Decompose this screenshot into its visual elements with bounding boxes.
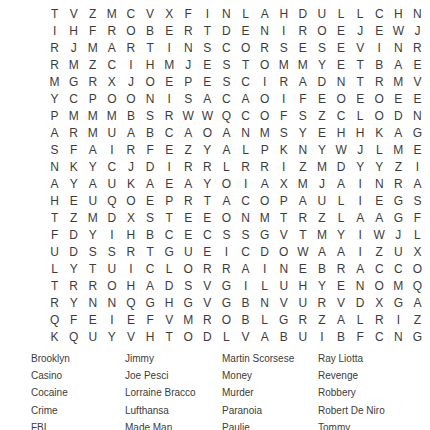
grid-cell-r7c19[interactable]: D <box>389 107 408 124</box>
grid-cell-r20c7[interactable]: T <box>160 328 179 345</box>
grid-cell-r12c12[interactable]: O <box>255 192 274 209</box>
grid-cell-r13c10[interactable]: O <box>217 209 236 226</box>
grid-cell-r6c18[interactable]: O <box>370 90 389 107</box>
grid-cell-r8c3[interactable]: M <box>83 124 102 141</box>
grid-cell-r15c20[interactable]: X <box>408 243 427 260</box>
grid-cell-r15c1[interactable]: U <box>45 243 64 260</box>
grid-cell-r17c10[interactable]: G <box>217 277 236 294</box>
grid-cell-r9c19[interactable]: M <box>389 141 408 158</box>
grid-cell-r20c18[interactable]: C <box>370 328 389 345</box>
grid-cell-r3c6[interactable]: T <box>141 39 160 56</box>
grid-cell-r7c4[interactable]: M <box>102 107 121 124</box>
grid-cell-r16c18[interactable]: C <box>370 260 389 277</box>
grid-cell-r20c6[interactable]: H <box>141 328 160 345</box>
grid-cell-r2c9[interactable]: T <box>198 22 217 39</box>
grid-cell-r1c2[interactable]: V <box>64 5 83 22</box>
grid-cell-r6c11[interactable]: A <box>236 90 255 107</box>
grid-cell-r9c18[interactable]: L <box>370 141 389 158</box>
grid-cell-r20c11[interactable]: V <box>236 328 255 345</box>
grid-cell-r19c9[interactable]: R <box>198 311 217 328</box>
grid-cell-r11c16[interactable]: A <box>332 175 351 192</box>
grid-cell-r9c17[interactable]: J <box>351 141 370 158</box>
grid-cell-r19c6[interactable]: F <box>141 311 160 328</box>
grid-cell-r4c3[interactable]: Z <box>83 56 102 73</box>
grid-cell-r5c20[interactable]: V <box>408 73 427 90</box>
grid-cell-r6c10[interactable]: C <box>217 90 236 107</box>
grid-cell-r17c7[interactable]: D <box>160 277 179 294</box>
grid-cell-r14c14[interactable]: T <box>293 226 312 243</box>
grid-cell-r14c5[interactable]: H <box>121 226 140 243</box>
grid-cell-r3c19[interactable]: N <box>389 39 408 56</box>
grid-cell-r13c15[interactable]: Z <box>312 209 331 226</box>
grid-cell-r1c13[interactable]: H <box>274 5 293 22</box>
grid-cell-r5c5[interactable]: J <box>121 73 140 90</box>
grid-cell-r4c16[interactable]: E <box>332 56 351 73</box>
grid-cell-r19c15[interactable]: Z <box>312 311 331 328</box>
grid-cell-r17c2[interactable]: R <box>64 277 83 294</box>
grid-cell-r19c17[interactable]: L <box>351 311 370 328</box>
grid-cell-r16c8[interactable]: O <box>179 260 198 277</box>
grid-cell-r14c18[interactable]: W <box>370 226 389 243</box>
grid-cell-r15c5[interactable]: R <box>121 243 140 260</box>
grid-cell-r12c17[interactable]: I <box>351 192 370 209</box>
grid-cell-r7c14[interactable]: S <box>293 107 312 124</box>
grid-cell-r2c16[interactable]: E <box>332 22 351 39</box>
grid-cell-r9c20[interactable]: E <box>408 141 427 158</box>
grid-cell-r8c15[interactable]: E <box>312 124 331 141</box>
grid-cell-r8c19[interactable]: A <box>389 124 408 141</box>
grid-cell-r1c11[interactable]: L <box>236 5 255 22</box>
grid-cell-r13c7[interactable]: T <box>160 209 179 226</box>
grid-cell-r6c13[interactable]: I <box>274 90 293 107</box>
grid-cell-r14c8[interactable]: E <box>179 226 198 243</box>
grid-cell-r3c10[interactable]: C <box>217 39 236 56</box>
grid-cell-r1c15[interactable]: U <box>312 5 331 22</box>
grid-cell-r1c6[interactable]: V <box>141 5 160 22</box>
grid-cell-r15c12[interactable]: D <box>255 243 274 260</box>
grid-cell-r14c10[interactable]: S <box>217 226 236 243</box>
grid-cell-r8c13[interactable]: S <box>274 124 293 141</box>
grid-cell-r1c1[interactable]: T <box>45 5 64 22</box>
grid-cell-r1c12[interactable]: A <box>255 5 274 22</box>
grid-cell-r6c1[interactable]: Y <box>45 90 64 107</box>
grid-cell-r15c10[interactable]: I <box>217 243 236 260</box>
grid-cell-r19c19[interactable]: I <box>389 311 408 328</box>
grid-cell-r20c1[interactable]: K <box>45 328 64 345</box>
grid-cell-r14c20[interactable]: L <box>408 226 427 243</box>
grid-cell-r6c19[interactable]: E <box>389 90 408 107</box>
grid-cell-r20c2[interactable]: Q <box>64 328 83 345</box>
grid-cell-r13c19[interactable]: G <box>389 209 408 226</box>
grid-cell-r16c10[interactable]: R <box>217 260 236 277</box>
grid-cell-r20c3[interactable]: U <box>83 328 102 345</box>
grid-cell-r13c11[interactable]: N <box>236 209 255 226</box>
grid-cell-r20c16[interactable]: B <box>332 328 351 345</box>
grid-cell-r9c5[interactable]: R <box>121 141 140 158</box>
grid-cell-r15c18[interactable]: Z <box>370 243 389 260</box>
grid-cell-r9c4[interactable]: I <box>102 141 121 158</box>
grid-cell-r18c1[interactable]: R <box>45 294 64 311</box>
grid-cell-r16c6[interactable]: C <box>141 260 160 277</box>
grid-cell-r3c9[interactable]: S <box>198 39 217 56</box>
grid-cell-r19c10[interactable]: O <box>217 311 236 328</box>
grid-cell-r3c2[interactable]: J <box>64 39 83 56</box>
grid-cell-r3c1[interactable]: R <box>45 39 64 56</box>
grid-cell-r17c12[interactable]: L <box>255 277 274 294</box>
grid-cell-r2c6[interactable]: B <box>141 22 160 39</box>
grid-cell-r9c11[interactable]: L <box>236 141 255 158</box>
grid-cell-r5c18[interactable]: R <box>370 73 389 90</box>
grid-cell-r12c11[interactable]: C <box>236 192 255 209</box>
grid-cell-r19c5[interactable]: E <box>121 311 140 328</box>
grid-cell-r7c10[interactable]: Q <box>217 107 236 124</box>
grid-cell-r4c17[interactable]: T <box>351 56 370 73</box>
grid-cell-r10c6[interactable]: D <box>141 158 160 175</box>
grid-cell-r8c11[interactable]: N <box>236 124 255 141</box>
grid-cell-r1c3[interactable]: Z <box>83 5 102 22</box>
grid-cell-r20c10[interactable]: L <box>217 328 236 345</box>
grid-cell-r14c12[interactable]: G <box>255 226 274 243</box>
grid-cell-r10c16[interactable]: D <box>332 158 351 175</box>
grid-cell-r19c3[interactable]: E <box>83 311 102 328</box>
grid-cell-r20c17[interactable]: F <box>351 328 370 345</box>
grid-cell-r18c19[interactable]: G <box>389 294 408 311</box>
grid-cell-r18c18[interactable]: X <box>370 294 389 311</box>
grid-cell-r15c14[interactable]: W <box>293 243 312 260</box>
grid-cell-r16c12[interactable]: I <box>255 260 274 277</box>
grid-cell-r9c12[interactable]: P <box>255 141 274 158</box>
grid-cell-r4c20[interactable]: E <box>408 56 427 73</box>
grid-cell-r11c13[interactable]: X <box>274 175 293 192</box>
grid-cell-r14c4[interactable]: I <box>102 226 121 243</box>
grid-cell-r2c10[interactable]: D <box>217 22 236 39</box>
grid-cell-r7c17[interactable]: L <box>351 107 370 124</box>
grid-cell-r12c18[interactable]: E <box>370 192 389 209</box>
grid-cell-r5c15[interactable]: D <box>312 73 331 90</box>
grid-cell-r18c17[interactable]: D <box>351 294 370 311</box>
grid-cell-r20c8[interactable]: O <box>179 328 198 345</box>
grid-cell-r7c9[interactable]: W <box>198 107 217 124</box>
grid-cell-r3c18[interactable]: I <box>370 39 389 56</box>
grid-cell-r12c20[interactable]: S <box>408 192 427 209</box>
grid-cell-r2c8[interactable]: R <box>179 22 198 39</box>
grid-cell-r7c5[interactable]: B <box>121 107 140 124</box>
grid-cell-r13c3[interactable]: M <box>83 209 102 226</box>
grid-cell-r14c2[interactable]: D <box>64 226 83 243</box>
grid-cell-r2c7[interactable]: E <box>160 22 179 39</box>
grid-cell-r1c20[interactable]: N <box>408 5 427 22</box>
grid-cell-r7c12[interactable]: O <box>255 107 274 124</box>
grid-cell-r12c5[interactable]: O <box>121 192 140 209</box>
grid-cell-r5c14[interactable]: A <box>293 73 312 90</box>
grid-cell-r17c4[interactable]: O <box>102 277 121 294</box>
grid-cell-r10c7[interactable]: I <box>160 158 179 175</box>
grid-cell-r3c15[interactable]: S <box>312 39 331 56</box>
grid-cell-r5c12[interactable]: I <box>255 73 274 90</box>
grid-cell-r2c15[interactable]: O <box>312 22 331 39</box>
grid-cell-r18c8[interactable]: G <box>179 294 198 311</box>
grid-cell-r4c18[interactable]: B <box>370 56 389 73</box>
grid-cell-r4c8[interactable]: J <box>179 56 198 73</box>
grid-cell-r10c3[interactable]: Y <box>83 158 102 175</box>
grid-cell-r17c9[interactable]: V <box>198 277 217 294</box>
grid-cell-r4c9[interactable]: E <box>198 56 217 73</box>
grid-cell-r15c16[interactable]: A <box>332 243 351 260</box>
grid-cell-r2c11[interactable]: E <box>236 22 255 39</box>
grid-cell-r2c4[interactable]: R <box>102 22 121 39</box>
grid-cell-r17c8[interactable]: S <box>179 277 198 294</box>
grid-cell-r14c11[interactable]: S <box>236 226 255 243</box>
grid-cell-r14c13[interactable]: V <box>274 226 293 243</box>
grid-cell-r5c6[interactable]: O <box>141 73 160 90</box>
grid-cell-r15c3[interactable]: S <box>83 243 102 260</box>
grid-cell-r7c20[interactable]: N <box>408 107 427 124</box>
grid-cell-r4c13[interactable]: M <box>274 56 293 73</box>
grid-cell-r9c15[interactable]: Y <box>312 141 331 158</box>
grid-cell-r8c2[interactable]: R <box>64 124 83 141</box>
grid-cell-r8c7[interactable]: C <box>160 124 179 141</box>
grid-cell-r12c9[interactable]: T <box>198 192 217 209</box>
grid-cell-r16c5[interactable]: I <box>121 260 140 277</box>
grid-cell-r9c8[interactable]: Z <box>179 141 198 158</box>
grid-cell-r2c17[interactable]: J <box>351 22 370 39</box>
grid-cell-r2c2[interactable]: H <box>64 22 83 39</box>
grid-cell-r3c11[interactable]: O <box>236 39 255 56</box>
grid-cell-r11c12[interactable]: A <box>255 175 274 192</box>
grid-cell-r17c13[interactable]: U <box>274 277 293 294</box>
grid-cell-r8c10[interactable]: A <box>217 124 236 141</box>
grid-cell-r11c10[interactable]: O <box>217 175 236 192</box>
grid-cell-r2c13[interactable]: I <box>274 22 293 39</box>
grid-cell-r11c15[interactable]: J <box>312 175 331 192</box>
grid-cell-r13c4[interactable]: D <box>102 209 121 226</box>
grid-cell-r5c3[interactable]: R <box>83 73 102 90</box>
grid-cell-r3c4[interactable]: A <box>102 39 121 56</box>
grid-cell-r13c13[interactable]: T <box>274 209 293 226</box>
grid-cell-r16c14[interactable]: E <box>293 260 312 277</box>
grid-cell-r10c18[interactable]: Y <box>370 158 389 175</box>
grid-cell-r2c14[interactable]: R <box>293 22 312 39</box>
grid-cell-r10c8[interactable]: R <box>179 158 198 175</box>
grid-cell-r8c14[interactable]: Y <box>293 124 312 141</box>
grid-cell-r19c7[interactable]: V <box>160 311 179 328</box>
grid-cell-r4c10[interactable]: S <box>217 56 236 73</box>
grid-cell-r13c1[interactable]: T <box>45 209 64 226</box>
grid-cell-r12c8[interactable]: R <box>179 192 198 209</box>
grid-cell-r11c6[interactable]: A <box>141 175 160 192</box>
grid-cell-r17c3[interactable]: R <box>83 277 102 294</box>
grid-cell-r12c13[interactable]: P <box>274 192 293 209</box>
grid-cell-r20c9[interactable]: D <box>198 328 217 345</box>
grid-cell-r17c5[interactable]: H <box>121 277 140 294</box>
grid-cell-r7c18[interactable]: O <box>370 107 389 124</box>
grid-cell-r10c20[interactable]: I <box>408 158 427 175</box>
grid-cell-r17c11[interactable]: I <box>236 277 255 294</box>
grid-cell-r12c3[interactable]: U <box>83 192 102 209</box>
grid-cell-r10c5[interactable]: J <box>121 158 140 175</box>
grid-cell-r15c8[interactable]: U <box>179 243 198 260</box>
grid-cell-r12c19[interactable]: G <box>389 192 408 209</box>
grid-cell-r5c17[interactable]: T <box>351 73 370 90</box>
grid-cell-r5c11[interactable]: C <box>236 73 255 90</box>
grid-cell-r8c6[interactable]: B <box>141 124 160 141</box>
grid-cell-r1c14[interactable]: D <box>293 5 312 22</box>
grid-cell-r16c2[interactable]: Y <box>64 260 83 277</box>
grid-cell-r18c13[interactable]: V <box>274 294 293 311</box>
grid-cell-r5c1[interactable]: M <box>45 73 64 90</box>
grid-cell-r20c4[interactable]: Y <box>102 328 121 345</box>
grid-cell-r15c7[interactable]: G <box>160 243 179 260</box>
grid-cell-r18c9[interactable]: V <box>198 294 217 311</box>
grid-cell-r18c2[interactable]: Y <box>64 294 83 311</box>
grid-cell-r11c17[interactable]: I <box>351 175 370 192</box>
grid-cell-r2c5[interactable]: O <box>121 22 140 39</box>
grid-cell-r11c1[interactable]: A <box>45 175 64 192</box>
grid-cell-r11c18[interactable]: N <box>370 175 389 192</box>
grid-cell-r3c8[interactable]: N <box>179 39 198 56</box>
grid-cell-r4c19[interactable]: A <box>389 56 408 73</box>
grid-cell-r4c1[interactable]: R <box>45 56 64 73</box>
grid-cell-r5c13[interactable]: R <box>274 73 293 90</box>
grid-cell-r16c9[interactable]: R <box>198 260 217 277</box>
grid-cell-r8c4[interactable]: U <box>102 124 121 141</box>
grid-cell-r11c4[interactable]: U <box>102 175 121 192</box>
grid-cell-r1c4[interactable]: M <box>102 5 121 22</box>
grid-cell-r4c7[interactable]: M <box>160 56 179 73</box>
grid-cell-r12c7[interactable]: P <box>160 192 179 209</box>
grid-cell-r5c10[interactable]: S <box>217 73 236 90</box>
grid-cell-r6c16[interactable]: O <box>332 90 351 107</box>
grid-cell-r16c15[interactable]: B <box>312 260 331 277</box>
grid-cell-r6c20[interactable]: E <box>408 90 427 107</box>
grid-cell-r7c2[interactable]: M <box>64 107 83 124</box>
grid-cell-r12c1[interactable]: H <box>45 192 64 209</box>
grid-cell-r8c8[interactable]: A <box>179 124 198 141</box>
grid-cell-r8c17[interactable]: H <box>351 124 370 141</box>
grid-cell-r17c14[interactable]: H <box>293 277 312 294</box>
grid-cell-r13c18[interactable]: A <box>370 209 389 226</box>
grid-cell-r13c20[interactable]: F <box>408 209 427 226</box>
grid-cell-r16c16[interactable]: R <box>332 260 351 277</box>
grid-cell-r18c10[interactable]: G <box>217 294 236 311</box>
grid-cell-r6c4[interactable]: O <box>102 90 121 107</box>
grid-cell-r9c6[interactable]: F <box>141 141 160 158</box>
grid-cell-r19c14[interactable]: R <box>293 311 312 328</box>
grid-cell-r16c4[interactable]: U <box>102 260 121 277</box>
grid-cell-r17c20[interactable]: Q <box>408 277 427 294</box>
grid-cell-r3c20[interactable]: R <box>408 39 427 56</box>
grid-cell-r19c11[interactable]: B <box>236 311 255 328</box>
grid-cell-r6c9[interactable]: A <box>198 90 217 107</box>
grid-cell-r9c7[interactable]: E <box>160 141 179 158</box>
grid-cell-r16c3[interactable]: T <box>83 260 102 277</box>
grid-cell-r7c16[interactable]: C <box>332 107 351 124</box>
grid-cell-r6c6[interactable]: N <box>141 90 160 107</box>
grid-cell-r17c1[interactable]: T <box>45 277 64 294</box>
grid-cell-r9c13[interactable]: K <box>274 141 293 158</box>
grid-cell-r1c16[interactable]: L <box>332 5 351 22</box>
grid-cell-r18c7[interactable]: H <box>160 294 179 311</box>
grid-cell-r3c16[interactable]: E <box>332 39 351 56</box>
grid-cell-r1c17[interactable]: L <box>351 5 370 22</box>
grid-cell-r13c2[interactable]: Z <box>64 209 83 226</box>
grid-cell-r9c10[interactable]: A <box>217 141 236 158</box>
grid-cell-r4c12[interactable]: O <box>255 56 274 73</box>
grid-cell-r19c12[interactable]: L <box>255 311 274 328</box>
grid-cell-r13c16[interactable]: L <box>332 209 351 226</box>
grid-cell-r6c17[interactable]: E <box>351 90 370 107</box>
grid-cell-r14c6[interactable]: B <box>141 226 160 243</box>
grid-cell-r18c20[interactable]: A <box>408 294 427 311</box>
grid-cell-r10c15[interactable]: M <box>312 158 331 175</box>
grid-cell-r11c9[interactable]: Y <box>198 175 217 192</box>
grid-cell-r6c5[interactable]: O <box>121 90 140 107</box>
grid-cell-r19c4[interactable]: I <box>102 311 121 328</box>
grid-cell-r7c11[interactable]: C <box>236 107 255 124</box>
grid-cell-r20c5[interactable]: V <box>121 328 140 345</box>
grid-cell-r18c4[interactable]: N <box>102 294 121 311</box>
grid-cell-r12c15[interactable]: U <box>312 192 331 209</box>
grid-cell-r8c12[interactable]: M <box>255 124 274 141</box>
grid-cell-r14c7[interactable]: C <box>160 226 179 243</box>
grid-cell-r11c3[interactable]: A <box>83 175 102 192</box>
grid-cell-r5c4[interactable]: X <box>102 73 121 90</box>
grid-cell-r6c12[interactable]: O <box>255 90 274 107</box>
grid-cell-r4c4[interactable]: C <box>102 56 121 73</box>
grid-cell-r4c2[interactable]: M <box>64 56 83 73</box>
grid-cell-r8c20[interactable]: G <box>408 124 427 141</box>
grid-cell-r1c5[interactable]: C <box>121 5 140 22</box>
grid-cell-r2c3[interactable]: F <box>83 22 102 39</box>
grid-cell-r15c11[interactable]: C <box>236 243 255 260</box>
grid-cell-r11c5[interactable]: K <box>121 175 140 192</box>
grid-cell-r3c14[interactable]: E <box>293 39 312 56</box>
grid-cell-r9c9[interactable]: Y <box>198 141 217 158</box>
grid-cell-r20c12[interactable]: A <box>255 328 274 345</box>
grid-cell-r14c1[interactable]: F <box>45 226 64 243</box>
grid-cell-r11c20[interactable]: A <box>408 175 427 192</box>
grid-cell-r12c4[interactable]: Q <box>102 192 121 209</box>
grid-cell-r12c10[interactable]: A <box>217 192 236 209</box>
grid-cell-r8c1[interactable]: A <box>45 124 64 141</box>
grid-cell-r14c9[interactable]: C <box>198 226 217 243</box>
grid-cell-r7c15[interactable]: Z <box>312 107 331 124</box>
grid-cell-r9c1[interactable]: S <box>45 141 64 158</box>
grid-cell-r14c16[interactable]: Y <box>332 226 351 243</box>
grid-cell-r12c16[interactable]: L <box>332 192 351 209</box>
grid-cell-r3c7[interactable]: I <box>160 39 179 56</box>
grid-cell-r2c12[interactable]: N <box>255 22 274 39</box>
grid-cell-r13c9[interactable]: E <box>198 209 217 226</box>
grid-cell-r18c12[interactable]: N <box>255 294 274 311</box>
grid-cell-r15c2[interactable]: D <box>64 243 83 260</box>
grid-cell-r20c15[interactable]: I <box>312 328 331 345</box>
grid-cell-r7c1[interactable]: P <box>45 107 64 124</box>
grid-cell-r15c19[interactable]: U <box>389 243 408 260</box>
grid-cell-r18c11[interactable]: B <box>236 294 255 311</box>
grid-cell-r10c11[interactable]: R <box>236 158 255 175</box>
grid-cell-r10c13[interactable]: I <box>274 158 293 175</box>
grid-cell-r17c15[interactable]: Y <box>312 277 331 294</box>
grid-cell-r6c15[interactable]: E <box>312 90 331 107</box>
grid-cell-r3c17[interactable]: V <box>351 39 370 56</box>
grid-cell-r11c8[interactable]: A <box>179 175 198 192</box>
grid-cell-r1c10[interactable]: N <box>217 5 236 22</box>
grid-cell-r20c19[interactable]: N <box>389 328 408 345</box>
grid-cell-r14c3[interactable]: Y <box>83 226 102 243</box>
grid-cell-r19c18[interactable]: R <box>370 311 389 328</box>
grid-cell-r16c1[interactable]: L <box>45 260 64 277</box>
